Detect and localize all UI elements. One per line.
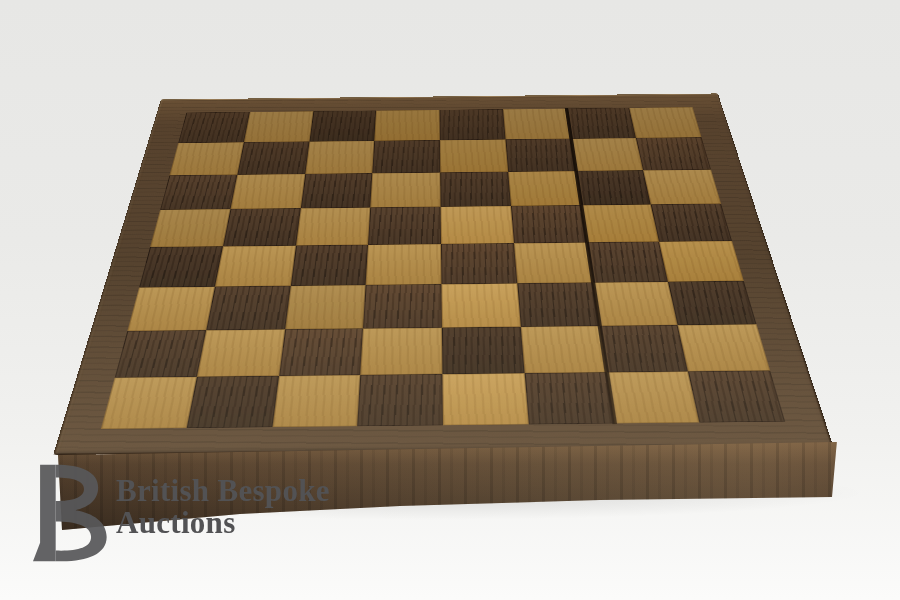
square-g3 — [593, 282, 678, 326]
square-d2 — [360, 327, 442, 375]
square-d1 — [357, 374, 443, 426]
square-f4 — [514, 242, 593, 283]
square-g4 — [586, 242, 668, 283]
square-a8 — [178, 112, 249, 143]
square-f3 — [517, 282, 599, 326]
square-c7 — [305, 141, 375, 174]
square-e7 — [440, 139, 508, 172]
square-g1 — [606, 372, 699, 424]
square-b5 — [223, 208, 301, 246]
square-c1 — [272, 375, 361, 427]
square-d8 — [374, 110, 439, 141]
square-g5 — [581, 205, 659, 243]
square-b2 — [197, 329, 285, 377]
square-b6 — [230, 174, 305, 209]
square-b8 — [244, 111, 313, 142]
square-b1 — [186, 376, 278, 428]
square-a2 — [115, 330, 206, 378]
square-h5 — [651, 204, 732, 242]
square-h6 — [643, 169, 721, 204]
watermark-line1: British Bespoke — [116, 475, 330, 507]
auction-photo: British Bespoke Auctions — [0, 0, 900, 600]
square-g6 — [576, 170, 651, 205]
square-e3 — [441, 283, 520, 327]
board-grid — [101, 107, 785, 429]
square-f1 — [524, 372, 614, 424]
square-h1 — [688, 371, 785, 423]
square-c6 — [300, 173, 372, 208]
square-d4 — [366, 244, 442, 285]
square-f2 — [521, 326, 607, 374]
square-a7 — [169, 142, 243, 175]
square-e1 — [442, 373, 528, 425]
square-e5 — [441, 206, 514, 244]
square-a4 — [139, 246, 223, 287]
square-d7 — [373, 140, 441, 173]
square-b4 — [215, 246, 296, 287]
square-g7 — [571, 138, 644, 171]
square-h2 — [678, 324, 770, 372]
square-a5 — [150, 209, 230, 247]
square-e4 — [441, 243, 517, 284]
square-a6 — [160, 174, 237, 209]
square-e8 — [440, 109, 506, 140]
square-f7 — [505, 139, 575, 172]
square-c3 — [285, 285, 366, 329]
british-bespoke-auctions-logo-icon — [24, 462, 110, 564]
square-c2 — [279, 328, 364, 376]
square-c5 — [296, 208, 371, 246]
square-f5 — [511, 205, 587, 243]
square-c8 — [309, 111, 376, 142]
square-h4 — [659, 241, 743, 282]
square-d3 — [363, 284, 442, 328]
watermark: British Bespoke Auctions — [24, 462, 330, 564]
square-h3 — [668, 281, 756, 325]
square-d5 — [368, 207, 441, 245]
square-f8 — [503, 108, 571, 139]
square-h7 — [636, 137, 711, 170]
square-d6 — [370, 172, 440, 207]
square-g8 — [566, 108, 636, 139]
square-e6 — [440, 172, 510, 207]
square-b3 — [206, 286, 290, 330]
chessboard-top-surface — [53, 93, 833, 455]
square-a1 — [101, 377, 197, 429]
square-h8 — [629, 107, 701, 138]
square-g2 — [599, 325, 688, 373]
square-f6 — [508, 171, 581, 206]
square-e2 — [442, 326, 524, 374]
square-a3 — [127, 287, 214, 331]
square-c4 — [290, 245, 368, 286]
square-b7 — [237, 141, 309, 174]
watermark-line2: Auctions — [116, 507, 330, 539]
